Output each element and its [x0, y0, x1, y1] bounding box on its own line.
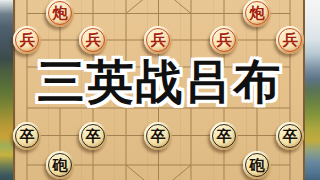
piece-glyph: 兵	[86, 33, 101, 48]
piece-glyph: 卒	[283, 129, 298, 144]
piece-glyph: 兵	[20, 33, 35, 48]
piece-black-cannon[interactable]: 砲	[46, 151, 74, 179]
piece-glyph: 砲	[53, 158, 68, 173]
piece-black-soldier[interactable]: 卒	[144, 122, 172, 150]
piece-black-soldier[interactable]: 卒	[210, 122, 238, 150]
piece-red-soldier[interactable]: 兵	[210, 26, 238, 54]
piece-glyph: 兵	[217, 33, 232, 48]
piece-glyph: 卒	[217, 129, 232, 144]
piece-glyph: 卒	[86, 129, 101, 144]
piece-red-cannon[interactable]: 炮	[243, 0, 271, 27]
piece-glyph: 卒	[151, 129, 166, 144]
piece-red-soldier[interactable]: 兵	[13, 26, 41, 54]
piece-red-soldier[interactable]: 兵	[79, 26, 107, 54]
piece-glyph: 兵	[283, 33, 298, 48]
piece-black-soldier[interactable]: 卒	[79, 122, 107, 150]
piece-red-cannon[interactable]: 炮	[46, 0, 74, 27]
piece-glyph: 砲	[250, 158, 265, 173]
piece-glyph: 卒	[20, 129, 35, 144]
caption-title: 三英战吕布	[0, 54, 320, 110]
piece-glyph: 炮	[53, 6, 68, 21]
piece-black-soldier[interactable]: 卒	[276, 122, 304, 150]
piece-red-soldier[interactable]: 兵	[144, 26, 172, 54]
piece-black-soldier[interactable]: 卒	[13, 122, 41, 150]
piece-red-soldier[interactable]: 兵	[276, 26, 304, 54]
piece-glyph: 炮	[250, 6, 265, 21]
video-frame: 炮炮兵兵兵兵兵卒卒卒卒卒砲砲 三英战吕布	[0, 0, 320, 180]
piece-black-cannon[interactable]: 砲	[243, 151, 271, 179]
piece-glyph: 兵	[151, 33, 166, 48]
